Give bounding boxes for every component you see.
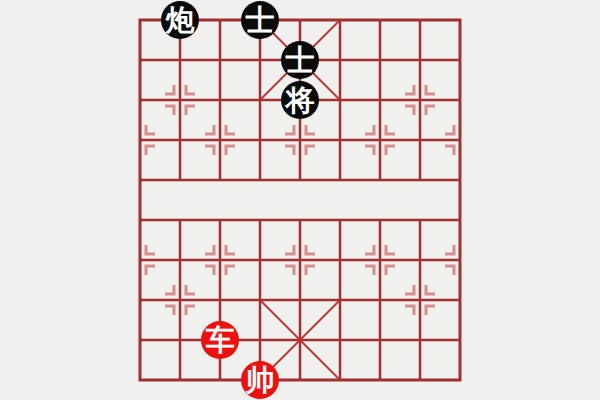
- pieces-layer: 炮士士将车帅: [0, 0, 600, 400]
- piece-red-general[interactable]: 帅: [241, 361, 279, 399]
- piece-black-advisor-1[interactable]: 士: [241, 1, 279, 39]
- piece-black-cannon[interactable]: 炮: [161, 1, 199, 39]
- piece-black-general[interactable]: 将: [281, 81, 319, 119]
- piece-red-chariot[interactable]: 车: [201, 321, 239, 359]
- piece-black-advisor-2[interactable]: 士: [281, 41, 319, 79]
- xiangqi-diagram: 炮士士将车帅: [0, 0, 600, 400]
